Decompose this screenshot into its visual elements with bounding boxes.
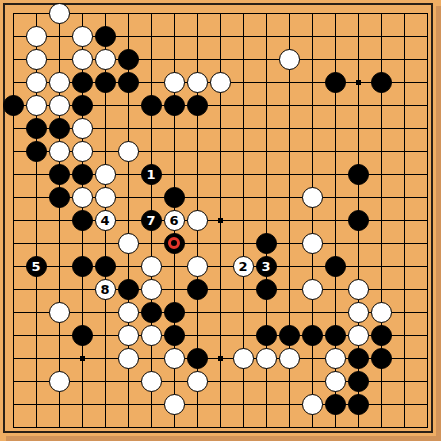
grid-line-horizontal (13, 427, 428, 428)
white-stone (187, 72, 208, 93)
grid-line-vertical (404, 13, 405, 428)
white-stone (118, 325, 139, 346)
black-stone (72, 72, 93, 93)
black-stone (3, 95, 24, 116)
black-stone (141, 95, 162, 116)
board-edge-shadow-right (436, 6, 441, 441)
move-number-label: 7 (146, 213, 155, 226)
white-stone (118, 141, 139, 162)
white-stone (348, 325, 369, 346)
black-stone: 3 (256, 256, 277, 277)
black-stone (187, 348, 208, 369)
move-number-label: 5 (31, 259, 40, 272)
red-circle-marker (168, 237, 180, 249)
white-stone (325, 371, 346, 392)
white-stone: 6 (164, 210, 185, 231)
black-stone: 1 (141, 164, 162, 185)
black-stone (26, 118, 47, 139)
white-stone (141, 371, 162, 392)
white-stone (26, 26, 47, 47)
white-stone (164, 348, 185, 369)
black-stone (302, 325, 323, 346)
white-stone (210, 72, 231, 93)
black-stone (348, 371, 369, 392)
white-stone (118, 348, 139, 369)
black-stone (164, 233, 185, 254)
white-stone (72, 141, 93, 162)
white-stone (302, 394, 323, 415)
black-stone (95, 72, 116, 93)
black-stone (348, 164, 369, 185)
star-point (218, 356, 223, 361)
white-stone (348, 302, 369, 323)
white-stone: 2 (233, 256, 254, 277)
white-stone (49, 72, 70, 93)
white-stone (49, 141, 70, 162)
white-stone: 8 (95, 279, 116, 300)
white-stone (72, 26, 93, 47)
black-stone (95, 26, 116, 47)
move-number-label: 3 (261, 259, 270, 272)
white-stone (187, 210, 208, 231)
star-point (356, 80, 361, 85)
grid-line-vertical (427, 13, 428, 428)
white-stone (26, 95, 47, 116)
black-stone (256, 279, 277, 300)
white-stone (279, 348, 300, 369)
white-stone (302, 187, 323, 208)
white-stone (302, 279, 323, 300)
move-number-label: 4 (100, 213, 109, 226)
white-stone (164, 394, 185, 415)
move-number-label: 6 (169, 213, 178, 226)
black-stone (26, 141, 47, 162)
black-stone (279, 325, 300, 346)
white-stone (95, 164, 116, 185)
black-stone (72, 95, 93, 116)
star-point (80, 356, 85, 361)
white-stone (233, 348, 254, 369)
black-stone (164, 187, 185, 208)
white-stone (49, 302, 70, 323)
white-stone (279, 49, 300, 70)
go-board[interactable]: 14765238 (0, 0, 441, 441)
black-stone: 5 (26, 256, 47, 277)
grid-line-horizontal (13, 243, 428, 244)
white-stone (371, 302, 392, 323)
white-stone (72, 118, 93, 139)
black-stone (118, 72, 139, 93)
white-stone (164, 72, 185, 93)
white-stone (141, 279, 162, 300)
white-stone (348, 279, 369, 300)
white-stone (325, 348, 346, 369)
black-stone (371, 348, 392, 369)
black-stone (325, 256, 346, 277)
board-edge-shadow-bottom (6, 436, 441, 441)
black-stone (118, 49, 139, 70)
white-stone (95, 187, 116, 208)
white-stone: 4 (95, 210, 116, 231)
black-stone (371, 325, 392, 346)
black-stone (49, 187, 70, 208)
black-stone (141, 302, 162, 323)
white-stone (72, 187, 93, 208)
black-stone: 7 (141, 210, 162, 231)
black-stone (118, 279, 139, 300)
white-stone (72, 49, 93, 70)
white-stone (49, 371, 70, 392)
black-stone (256, 325, 277, 346)
black-stone (348, 210, 369, 231)
move-number-label: 2 (238, 259, 247, 272)
black-stone (72, 210, 93, 231)
white-stone (141, 256, 162, 277)
white-stone (302, 233, 323, 254)
white-stone (187, 371, 208, 392)
black-stone (49, 118, 70, 139)
move-number-label: 8 (100, 282, 109, 295)
white-stone (49, 3, 70, 24)
move-number-label: 1 (146, 167, 155, 180)
white-stone (26, 49, 47, 70)
black-stone (325, 394, 346, 415)
black-stone (187, 279, 208, 300)
white-stone (187, 256, 208, 277)
white-stone (26, 72, 47, 93)
white-stone (95, 49, 116, 70)
black-stone (256, 233, 277, 254)
black-stone (325, 72, 346, 93)
star-point (218, 218, 223, 223)
white-stone (49, 95, 70, 116)
black-stone (164, 302, 185, 323)
black-stone (187, 95, 208, 116)
black-stone (371, 72, 392, 93)
white-stone (141, 325, 162, 346)
black-stone (95, 256, 116, 277)
black-stone (325, 325, 346, 346)
white-stone (256, 348, 277, 369)
white-stone (118, 233, 139, 254)
grid-line-vertical (312, 13, 313, 428)
black-stone (348, 394, 369, 415)
black-stone (72, 256, 93, 277)
black-stone (348, 348, 369, 369)
white-stone (118, 302, 139, 323)
black-stone (49, 164, 70, 185)
black-stone (164, 325, 185, 346)
black-stone (164, 95, 185, 116)
black-stone (72, 164, 93, 185)
black-stone (72, 325, 93, 346)
